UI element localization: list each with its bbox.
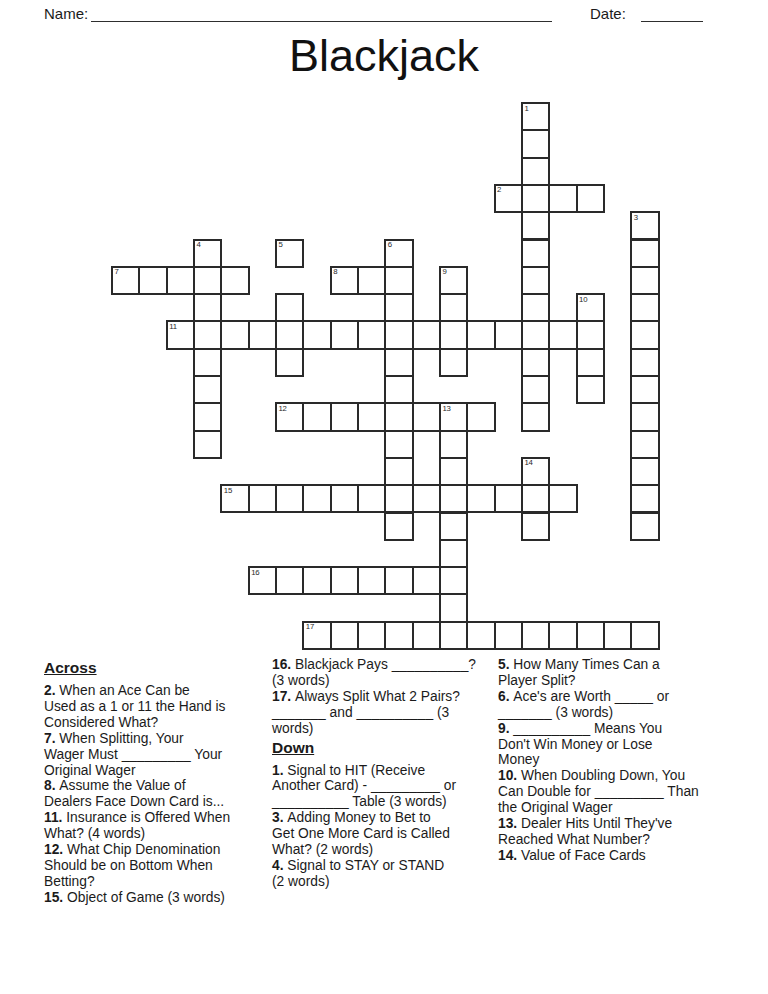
grid-cell[interactable] <box>412 484 441 513</box>
grid-cell[interactable] <box>630 266 659 295</box>
grid-cell[interactable]: 9 <box>439 266 468 295</box>
cell-number: 3 <box>634 214 638 222</box>
grid-cell[interactable] <box>576 621 605 650</box>
clue-number: 9. <box>498 721 513 736</box>
clue-text: When Splitting, Your Wager Must ________… <box>44 731 222 778</box>
date-label: Date: <box>590 5 626 22</box>
grid-cell[interactable]: 5 <box>275 239 304 268</box>
clue-5-down: 5. How Many Times Can a Player Split? <box>498 657 715 689</box>
clue-text: Object of Game (3 words) <box>67 890 225 905</box>
cell-number: 1 <box>524 105 528 113</box>
grid-cell[interactable]: 10 <box>576 293 605 322</box>
clue-text: Ace's are Worth _____ or _______ (3 word… <box>498 689 669 720</box>
grid-cell[interactable]: 13 <box>439 402 468 431</box>
grid-cell[interactable] <box>630 512 659 541</box>
clue-9-down: 9. __________ Means You Don't Win Money … <box>498 721 715 769</box>
grid-cell[interactable] <box>521 512 550 541</box>
grid-cell[interactable] <box>275 348 304 377</box>
name-line[interactable] <box>91 5 552 22</box>
grid-cell[interactable] <box>412 402 441 431</box>
grid-cell[interactable] <box>521 320 550 349</box>
grid-cell[interactable] <box>521 129 550 158</box>
grid-cell[interactable] <box>384 320 413 349</box>
clue-text: Assume the Value of Dealers Face Down Ca… <box>44 778 224 809</box>
clue-16-across: 16. Blackjack Pays __________? (3 words) <box>272 657 489 689</box>
grid-cell[interactable] <box>439 621 468 650</box>
cell-number: 17 <box>306 623 314 631</box>
grid-cell[interactable]: 1 <box>521 102 550 131</box>
clue-text: What Chip Denomination Should be on Bott… <box>44 842 220 889</box>
grid-cell[interactable] <box>521 348 550 377</box>
grid-cell[interactable] <box>384 375 413 404</box>
cell-number: 15 <box>224 487 232 495</box>
grid-cell[interactable] <box>521 484 550 513</box>
clue-number: 1. <box>272 763 287 778</box>
clue-text: __________ Means You Don't Win Money or … <box>498 721 662 768</box>
clue-text: How Many Times Can a Player Split? <box>498 657 660 688</box>
grid-cell[interactable]: 8 <box>330 266 359 295</box>
grid-cell[interactable] <box>193 266 222 295</box>
grid-cell[interactable] <box>193 348 222 377</box>
grid-cell[interactable] <box>193 320 222 349</box>
grid-cell[interactable] <box>630 293 659 322</box>
clue-number: 5. <box>498 657 513 672</box>
grid-cell[interactable] <box>630 348 659 377</box>
grid-cell[interactable] <box>630 320 659 349</box>
grid-cell[interactable] <box>548 621 577 650</box>
grid-cell[interactable] <box>302 402 331 431</box>
grid-cell[interactable] <box>548 484 577 513</box>
clue-number: 4. <box>272 858 287 873</box>
grid-cell[interactable]: 11 <box>166 320 195 349</box>
clue-number: 7. <box>44 731 59 746</box>
grid-cell[interactable] <box>630 375 659 404</box>
grid-cell[interactable] <box>466 402 495 431</box>
grid-cell[interactable] <box>248 320 277 349</box>
grid-cell[interactable] <box>439 348 468 377</box>
grid-cell[interactable] <box>302 566 331 595</box>
grid-cell[interactable]: 6 <box>384 239 413 268</box>
cell-number: 5 <box>278 241 282 249</box>
grid-cell[interactable] <box>357 484 386 513</box>
grid-cell[interactable] <box>439 293 468 322</box>
grid-cell[interactable] <box>439 320 468 349</box>
grid-cell[interactable] <box>275 293 304 322</box>
grid-cell[interactable] <box>384 348 413 377</box>
grid-cell[interactable] <box>193 430 222 459</box>
clue-number: 14. <box>498 848 521 863</box>
grid-cell[interactable]: 16 <box>248 566 277 595</box>
grid-cell[interactable] <box>357 621 386 650</box>
grid-cell[interactable] <box>384 266 413 295</box>
clue-1-down: 1. Signal to HIT (Receive Another Card) … <box>272 763 489 811</box>
clue-7-across: 7. When Splitting, Your Wager Must _____… <box>44 731 261 779</box>
grid-cell[interactable] <box>384 484 413 513</box>
grid-cell[interactable] <box>466 484 495 513</box>
clue-number: 8. <box>44 778 59 793</box>
clue-number: 15. <box>44 890 67 905</box>
grid-cell[interactable] <box>576 320 605 349</box>
grid-cell[interactable] <box>412 621 441 650</box>
grid-cell[interactable] <box>494 320 523 349</box>
clue-number: 3. <box>272 810 287 825</box>
grid-cell[interactable] <box>630 457 659 486</box>
grid-cell[interactable] <box>439 593 468 622</box>
grid-cell[interactable] <box>630 621 659 650</box>
page-title: Blackjack <box>0 30 768 82</box>
clue-text: Signal to HIT (Receive Another Card) - _… <box>272 763 456 810</box>
grid-cell[interactable] <box>384 512 413 541</box>
clue-text: When an Ace Can be Used as a 1 or 11 the… <box>44 683 226 730</box>
grid-cell[interactable] <box>193 375 222 404</box>
grid-cell[interactable] <box>384 430 413 459</box>
clue-column-1: Across2. When an Ace Can be Used as a 1 … <box>44 657 261 906</box>
cell-number: 2 <box>497 186 501 194</box>
grid-cell[interactable] <box>494 484 523 513</box>
grid-cell[interactable] <box>330 402 359 431</box>
cell-number: 9 <box>442 268 446 276</box>
clue-11-across: 11. Insurance is Offered When What? (4 w… <box>44 810 261 842</box>
cell-number: 11 <box>169 323 177 331</box>
grid-cell[interactable] <box>439 430 468 459</box>
grid-cell[interactable] <box>521 266 550 295</box>
grid-cell[interactable]: 4 <box>193 239 222 268</box>
grid-cell[interactable] <box>357 266 386 295</box>
grid-cell[interactable] <box>466 621 495 650</box>
cell-number: 14 <box>524 459 532 467</box>
grid-cell[interactable] <box>576 348 605 377</box>
cell-number: 6 <box>388 241 392 249</box>
grid-cell[interactable]: 3 <box>630 211 659 240</box>
grid-cell[interactable]: 12 <box>275 402 304 431</box>
grid-cell[interactable] <box>357 566 386 595</box>
clue-12-across: 12. What Chip Denomination Should be on … <box>44 842 261 890</box>
grid-cell[interactable] <box>248 484 277 513</box>
grid-cell[interactable] <box>466 320 495 349</box>
date-line[interactable] <box>641 5 703 22</box>
grid-cell[interactable] <box>521 184 550 213</box>
grid-cell[interactable] <box>384 457 413 486</box>
grid-cell[interactable] <box>302 320 331 349</box>
cell-number: 8 <box>333 268 337 276</box>
grid-cell[interactable] <box>220 320 249 349</box>
cell-number: 7 <box>115 268 119 276</box>
across-heading: Across <box>44 659 261 676</box>
clue-column-2: 16. Blackjack Pays __________? (3 words)… <box>272 657 489 890</box>
grid-cell[interactable] <box>275 484 304 513</box>
grid-cell[interactable] <box>357 402 386 431</box>
clue-text: Blackjack Pays __________? (3 words) <box>272 657 476 688</box>
grid-cell[interactable] <box>521 293 550 322</box>
grid-cell[interactable] <box>603 621 632 650</box>
clue-column-3: 5. How Many Times Can a Player Split?6. … <box>498 657 715 864</box>
grid-cell[interactable]: 15 <box>220 484 249 513</box>
grid-cell[interactable] <box>521 157 550 186</box>
clue-6-down: 6. Ace's are Worth _____ or _______ (3 w… <box>498 689 715 721</box>
clue-15-across: 15. Object of Game (3 words) <box>44 890 261 906</box>
clue-text: Adding Money to Bet to Get One More Card… <box>272 810 450 857</box>
grid-cell[interactable] <box>138 266 167 295</box>
grid-cell[interactable] <box>439 457 468 486</box>
grid-cell[interactable] <box>576 375 605 404</box>
grid-cell[interactable] <box>384 402 413 431</box>
grid-cell[interactable] <box>384 566 413 595</box>
grid-cell[interactable] <box>521 402 550 431</box>
grid-cell[interactable] <box>412 320 441 349</box>
grid-cell[interactable]: 2 <box>494 184 523 213</box>
clue-text: Dealer Hits Until They've Reached What N… <box>498 816 672 847</box>
clue-3-down: 3. Adding Money to Bet to Get One More C… <box>272 810 489 858</box>
grid-cell[interactable] <box>630 430 659 459</box>
grid-cell[interactable] <box>193 402 222 431</box>
grid-cell[interactable] <box>275 566 304 595</box>
grid-cell[interactable] <box>548 320 577 349</box>
clue-number: 10. <box>498 768 521 783</box>
clue-text: Insurance is Offered When What? (4 words… <box>44 810 230 841</box>
cell-number: 12 <box>278 405 286 413</box>
clue-number: 6. <box>498 689 513 704</box>
crossword-grid: 1234567891011121314151617 <box>111 102 660 651</box>
grid-cell[interactable] <box>439 566 468 595</box>
grid-cell[interactable] <box>275 320 304 349</box>
grid-cell[interactable] <box>521 239 550 268</box>
grid-cell[interactable] <box>494 621 523 650</box>
clue-10-down: 10. When Doubling Down, You Can Double f… <box>498 768 715 816</box>
grid-cell[interactable] <box>330 320 359 349</box>
grid-cell[interactable] <box>330 566 359 595</box>
down-heading: Down <box>272 739 489 756</box>
clue-number: 11. <box>44 810 66 825</box>
cell-number: 4 <box>196 241 200 249</box>
grid-cell[interactable] <box>330 484 359 513</box>
grid-cell[interactable]: 14 <box>521 457 550 486</box>
grid-cell[interactable]: 7 <box>111 266 140 295</box>
grid-cell[interactable] <box>384 293 413 322</box>
clue-13-down: 13. Dealer Hits Until They've Reached Wh… <box>498 816 715 848</box>
grid-cell[interactable] <box>521 211 550 240</box>
grid-cell[interactable] <box>439 484 468 513</box>
grid-cell[interactable] <box>521 621 550 650</box>
grid-cell[interactable] <box>548 184 577 213</box>
grid-cell[interactable] <box>521 375 550 404</box>
clue-17-across: 17. Always Split What 2 Pairs? _______ a… <box>272 689 489 737</box>
grid-cell[interactable] <box>630 239 659 268</box>
grid-cell[interactable] <box>193 293 222 322</box>
grid-cell[interactable] <box>384 621 413 650</box>
grid-cell[interactable] <box>576 184 605 213</box>
grid-cell[interactable] <box>220 266 249 295</box>
clue-14-down: 14. Value of Face Cards <box>498 848 715 864</box>
grid-cell[interactable] <box>302 484 331 513</box>
grid-cell[interactable] <box>630 402 659 431</box>
grid-cell[interactable] <box>412 566 441 595</box>
cell-number: 10 <box>579 296 587 304</box>
cell-number: 13 <box>442 405 450 413</box>
clue-number: 16. <box>272 657 295 672</box>
grid-cell[interactable] <box>166 266 195 295</box>
clue-text: Signal to STAY or STAND (2 words) <box>272 858 444 889</box>
clue-text: When Doubling Down, You Can Double for _… <box>498 768 699 815</box>
clue-number: 12. <box>44 842 67 857</box>
clue-8-across: 8. Assume the Value of Dealers Face Down… <box>44 778 261 810</box>
grid-cell[interactable] <box>439 539 468 568</box>
clue-text: Value of Face Cards <box>521 848 646 863</box>
clue-number: 17. <box>272 689 295 704</box>
grid-cell[interactable] <box>630 484 659 513</box>
clue-number: 13. <box>498 816 521 831</box>
name-label: Name: <box>44 5 88 22</box>
clue-text: Always Split What 2 Pairs? _______ and _… <box>272 689 460 736</box>
grid-cell[interactable] <box>439 512 468 541</box>
grid-cell[interactable] <box>330 621 359 650</box>
cell-number: 16 <box>251 569 259 577</box>
grid-cell[interactable] <box>357 320 386 349</box>
clue-2-across: 2. When an Ace Can be Used as a 1 or 11 … <box>44 683 261 731</box>
clue-4-down: 4. Signal to STAY or STAND (2 words) <box>272 858 489 890</box>
grid-cell[interactable]: 17 <box>302 621 331 650</box>
clue-number: 2. <box>44 683 59 698</box>
